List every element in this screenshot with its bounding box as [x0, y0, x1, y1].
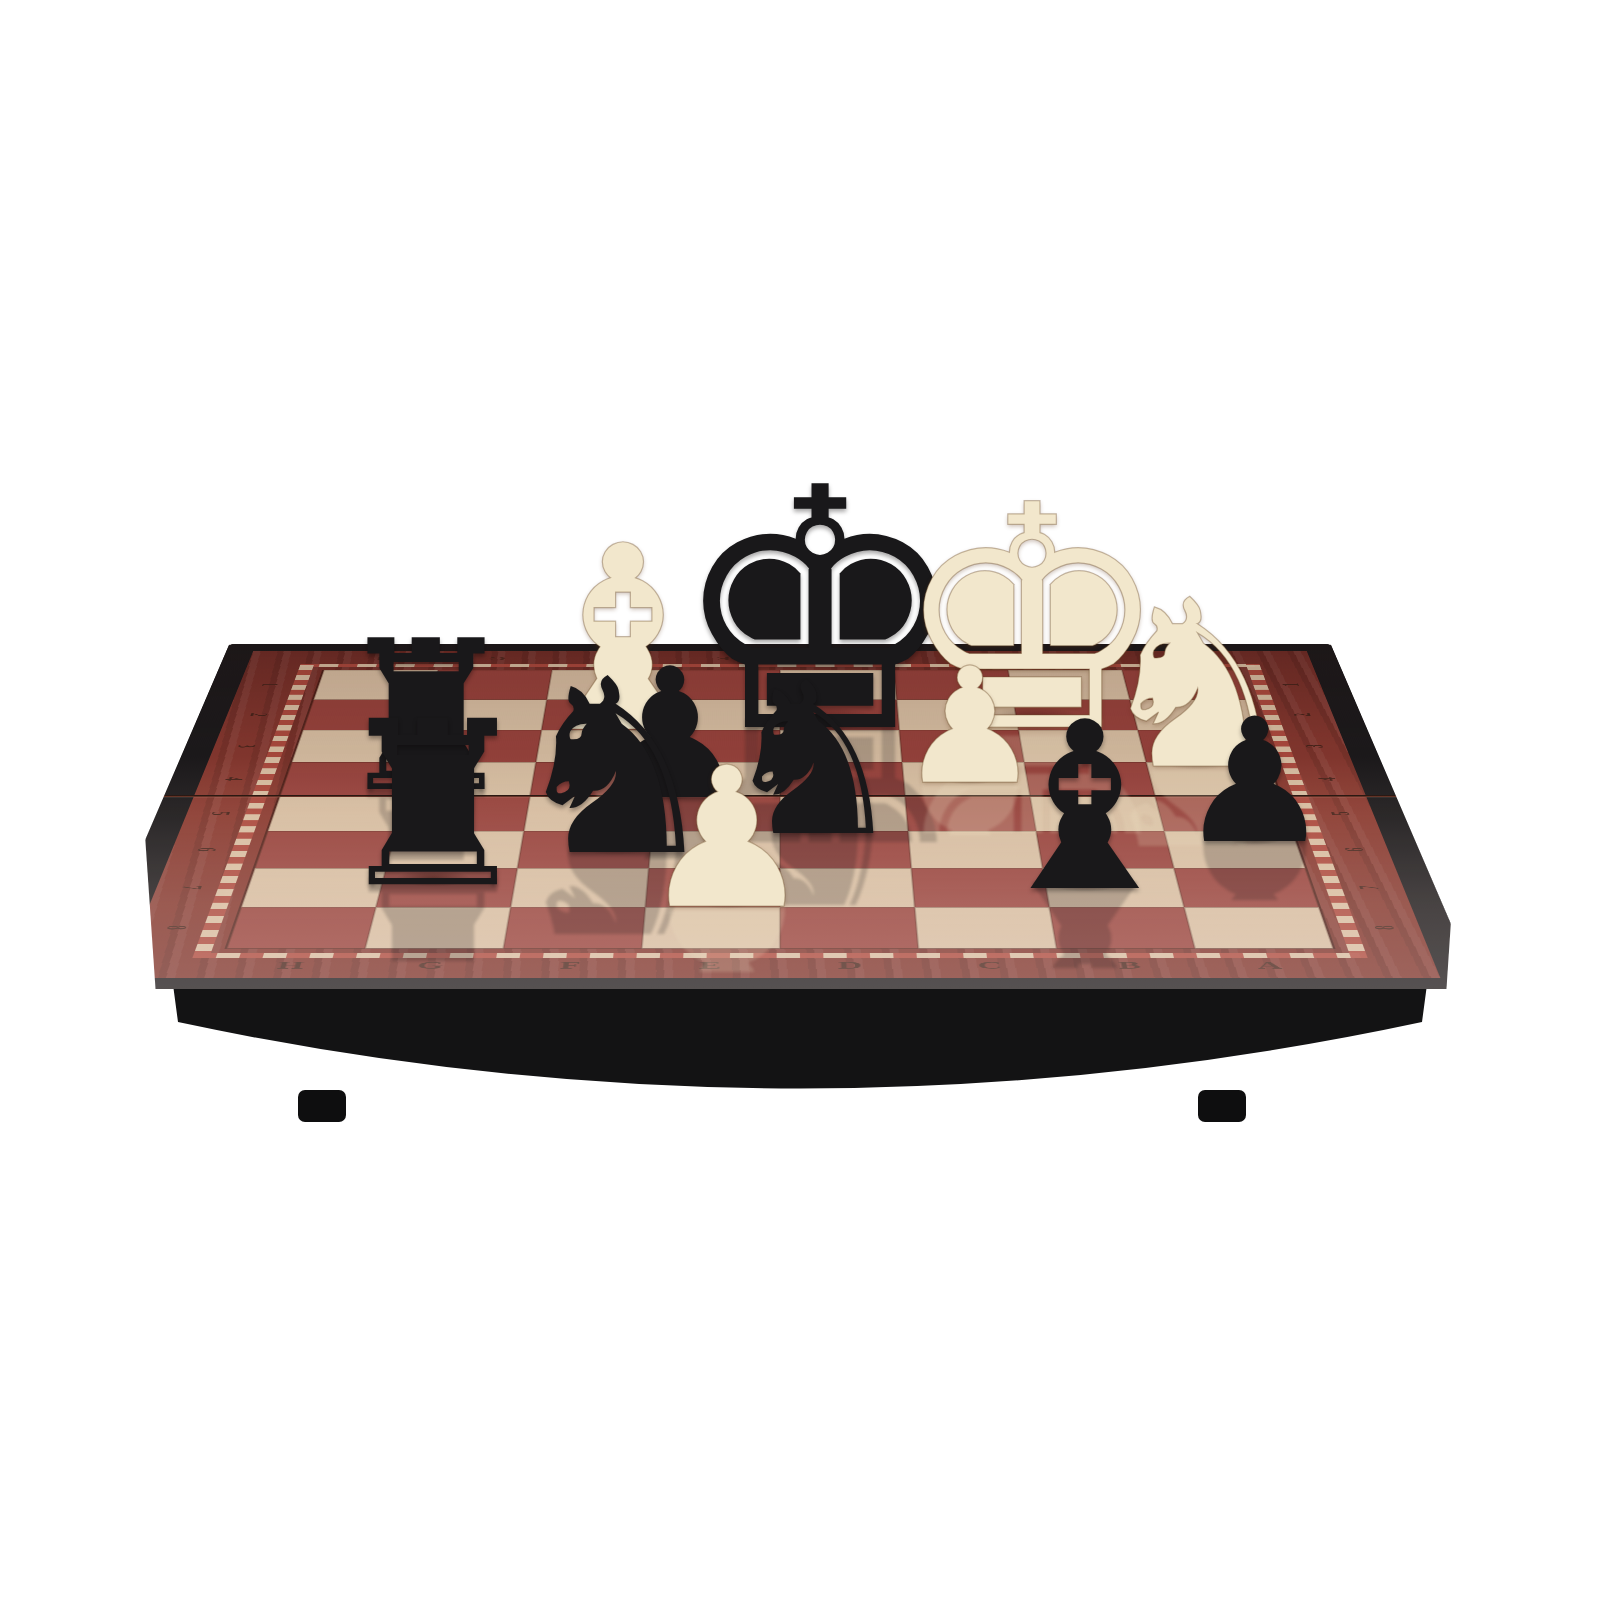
- piece-contact-shadow: [765, 706, 874, 732]
- white-king-b2: ♚: [877, 465, 1187, 775]
- piece-reflection: ♚: [877, 719, 1187, 833]
- black-pawn-e4: ♟: [580, 645, 760, 825]
- pieces-layer: ♚♚♚♚♝♝♞♞♟♟♜♜♟♟♞♞♟♟♞♞♜♜♝♝♟♟: [0, 0, 1601, 1601]
- piece-reflection: ♞: [1081, 760, 1313, 846]
- piece-reflection: ♝: [495, 722, 751, 817]
- piece-reflection: ♜: [322, 783, 530, 860]
- white-pawn-c4: ♟: [890, 647, 1051, 808]
- white-pawn-e7: ♟: [630, 742, 824, 936]
- piece-contact-shadow: [392, 776, 460, 792]
- piece-reflection: ♜: [319, 877, 547, 961]
- chess-set-photo: HGFEDCBA HGFEDCBA 12345678 12345678 ♚♚♚♚…: [0, 0, 1601, 1601]
- piece-contact-shadow: [779, 820, 848, 837]
- piece-reflection: ♞: [494, 845, 736, 934]
- white-knight-a3: ♞: [1081, 570, 1313, 802]
- piece-contact-shadow: [1159, 752, 1235, 770]
- black-knight-f6: ♞: [494, 647, 736, 889]
- black-knight-d5: ♞: [707, 655, 918, 866]
- black-bishop-b7: ♝: [969, 692, 1201, 924]
- piece-contact-shadow: [1227, 832, 1283, 845]
- piece-contact-shadow: [575, 836, 654, 855]
- black-rook-g4: ♜: [322, 613, 530, 821]
- white-bishop-f2: ♝: [495, 512, 751, 768]
- piece-reflection: ♞: [707, 827, 918, 905]
- piece-contact-shadow: [581, 713, 665, 733]
- piece-contact-shadow: [1047, 874, 1123, 892]
- piece-contact-shadow: [944, 772, 996, 785]
- piece-contact-shadow: [695, 894, 758, 909]
- black-pawn-a6: ♟: [1169, 697, 1341, 869]
- piece-reflection: ♟: [630, 900, 824, 972]
- piece-reflection: ♚: [653, 719, 987, 842]
- piece-contact-shadow: [641, 786, 700, 800]
- piece-reflection: ♝: [969, 882, 1201, 968]
- piece-reflection: ♟: [580, 792, 760, 859]
- piece-contact-shadow: [981, 707, 1082, 731]
- black-king-d2: ♚: [653, 445, 987, 779]
- piece-reflection: ♟: [1169, 837, 1341, 900]
- black-rook-g7: ♜: [319, 691, 547, 919]
- piece-contact-shadow: [396, 869, 471, 887]
- piece-reflection: ♟: [890, 777, 1051, 836]
